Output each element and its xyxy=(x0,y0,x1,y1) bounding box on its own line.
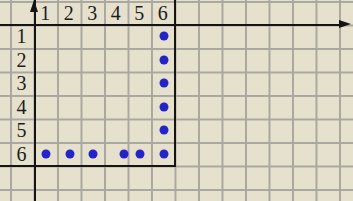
dice-outcome-grid-figure: 123456 123456 xyxy=(0,0,353,201)
outcome-dot xyxy=(159,102,168,111)
outcome-dot xyxy=(136,149,145,158)
outcome-dot xyxy=(120,149,129,158)
outcome-dot xyxy=(159,149,168,158)
outcome-dot xyxy=(42,149,51,158)
outcome-dot xyxy=(159,79,168,88)
outcome-dot xyxy=(159,55,168,64)
dots-layer xyxy=(0,0,353,201)
outcome-dot xyxy=(65,149,74,158)
outcome-dot xyxy=(89,149,98,158)
outcome-dot xyxy=(159,32,168,41)
outcome-dot xyxy=(159,126,168,135)
